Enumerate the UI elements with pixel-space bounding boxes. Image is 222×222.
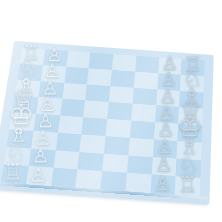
square-d1: ♕: [178, 107, 202, 125]
piece-white-rook: ♖: [183, 54, 201, 74]
square-a6: [66, 51, 91, 68]
piece-white-pawn: ♙: [157, 120, 174, 139]
square-e6: [57, 116, 83, 135]
square-e3: [130, 121, 155, 140]
square-a4: [112, 54, 136, 71]
square-b2: ♙: [157, 73, 181, 91]
square-f8: ♗: [7, 129, 34, 148]
square-a3: [135, 56, 159, 73]
square-h5: [76, 170, 103, 190]
square-g8: ♘: [4, 147, 31, 166]
piece-white-pawn: ♙: [158, 103, 175, 122]
square-e1: ♔: [178, 124, 203, 143]
scene: ♖♙♙♖♘♙♙♘♗♙♙♗♕♙♙♕♔♙♙♔♗♙♙♗♘♙♙♘♖♙♙♖: [0, 0, 222, 222]
square-g3: [127, 155, 153, 175]
piece-black-pawn: ♙: [30, 164, 48, 184]
square-b8: ♘: [17, 63, 43, 81]
square-f5: [80, 134, 106, 153]
square-b7: ♙: [41, 65, 66, 83]
square-e7: ♙: [33, 114, 59, 133]
square-h8: ♖: [1, 164, 28, 184]
square-b5: [87, 68, 112, 86]
square-h1: ♖: [175, 176, 200, 196]
piece-white-pawn: ♙: [155, 155, 172, 174]
square-c2: ♙: [156, 89, 180, 107]
square-c6: [62, 83, 87, 101]
square-h2: ♙: [150, 175, 176, 195]
square-b6: [64, 67, 89, 85]
square-f1: ♗: [177, 141, 202, 160]
square-e8: ♔: [9, 112, 35, 131]
square-b1: ♘: [180, 75, 204, 93]
piece-white-pawn: ♙: [156, 137, 173, 156]
square-a5: [89, 53, 114, 70]
square-c4: [109, 86, 134, 104]
square-h7: ♙: [26, 166, 53, 186]
square-f4: [104, 136, 130, 155]
square-f7: ♙: [31, 131, 58, 150]
square-e4: [106, 119, 131, 138]
piece-white-pawn: ♙: [154, 173, 172, 193]
piece-black-pawn: ♙: [46, 47, 62, 65]
piece-black-pawn: ♙: [39, 95, 56, 114]
piece-black-pawn: ♙: [35, 129, 52, 148]
square-a8: ♖: [20, 48, 45, 65]
square-g2: ♙: [151, 157, 176, 177]
square-d4: [107, 102, 132, 120]
square-e2: ♙: [154, 122, 179, 141]
square-f2: ♙: [152, 139, 177, 158]
square-h3: [125, 173, 151, 193]
square-g5: [78, 152, 104, 172]
product-photo: ♖♙♙♖♘♙♙♘♗♙♙♗♕♙♙♕♔♙♙♔♗♙♙♗♘♙♙♘♖♙♙♖: [0, 0, 222, 222]
square-e5: [81, 117, 107, 136]
square-a1: ♖: [181, 59, 205, 76]
square-h6: [51, 168, 78, 188]
piece-black-pawn: ♙: [32, 146, 49, 165]
piece-black-rook: ♖: [22, 43, 40, 63]
square-c3: [132, 87, 157, 105]
square-a2: ♙: [158, 57, 182, 74]
square-c7: ♙: [38, 81, 64, 99]
square-g1: ♘: [176, 158, 201, 178]
square-c1: ♗: [179, 91, 203, 109]
square-b4: [110, 70, 135, 88]
square-c8: ♗: [15, 79, 41, 97]
square-f6: [55, 133, 81, 152]
piece-black-pawn: ♙: [42, 78, 59, 97]
square-g6: [53, 150, 80, 170]
square-d7: ♙: [36, 97, 62, 115]
piece-black-pawn: ♙: [37, 112, 54, 131]
square-d5: [83, 101, 108, 119]
square-d3: [131, 104, 156, 122]
square-g7: ♙: [28, 148, 55, 168]
square-d8: ♕: [12, 96, 38, 114]
board-grid: ♖♙♙♖♘♙♙♘♗♙♙♗♕♙♙♕♔♙♙♔♗♙♙♗♘♙♙♘♖♙♙♖: [1, 48, 205, 197]
square-c5: [85, 84, 110, 102]
square-f3: [128, 138, 153, 157]
piece-white-pawn: ♙: [161, 55, 177, 73]
square-a7: ♙: [43, 49, 68, 66]
square-d2: ♙: [155, 105, 180, 123]
square-h4: [100, 171, 126, 191]
square-d6: [60, 99, 86, 117]
piece-black-pawn: ♙: [44, 62, 61, 80]
chess-board: ♖♙♙♖♘♙♙♘♗♙♙♗♕♙♙♕♔♙♙♔♗♙♙♗♘♙♙♘♖♙♙♖: [0, 41, 214, 204]
square-b3: [134, 71, 158, 89]
square-g4: [102, 153, 128, 173]
